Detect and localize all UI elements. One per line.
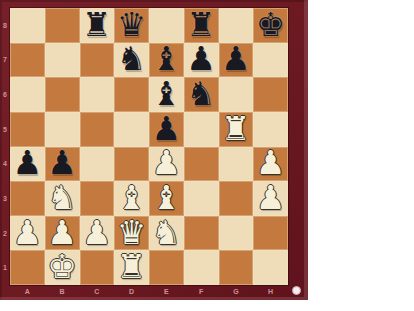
square-g1[interactable] <box>219 250 254 285</box>
piece-white-pawn[interactable]: ♟ <box>82 216 112 249</box>
square-e8[interactable] <box>149 8 184 43</box>
rank-label-5: 5 <box>0 112 10 147</box>
square-g8[interactable] <box>219 8 254 43</box>
file-label-e: E <box>149 285 184 298</box>
rank-label-4: 4 <box>0 147 10 182</box>
square-b4[interactable]: ♟ <box>45 147 80 182</box>
file-label-f: F <box>184 285 219 298</box>
piece-white-pawn[interactable]: ♟ <box>256 181 286 214</box>
square-b1[interactable]: ♚ <box>45 250 80 285</box>
square-h2[interactable] <box>253 216 288 251</box>
square-g5[interactable]: ♜ <box>219 112 254 147</box>
piece-black-pawn[interactable]: ♟ <box>221 42 251 75</box>
white-to-move-indicator-icon <box>292 286 301 295</box>
piece-white-pawn[interactable]: ♟ <box>47 216 77 249</box>
page: ♜♛♜♚♞♝♟♟♝♞♟♜♟♟♟♟♞♝♝♟♟♟♟♛♞♚♜ 87654321 ABC… <box>0 0 414 311</box>
square-g7[interactable]: ♟ <box>219 43 254 78</box>
piece-black-knight[interactable]: ♞ <box>186 77 216 110</box>
square-c4[interactable] <box>80 147 115 182</box>
rank-label-8: 8 <box>0 8 10 43</box>
square-a4[interactable]: ♟ <box>10 147 45 182</box>
piece-black-pawn[interactable]: ♟ <box>13 146 43 179</box>
square-g2[interactable] <box>219 216 254 251</box>
piece-black-rook[interactable]: ♜ <box>186 8 216 41</box>
square-g3[interactable] <box>219 181 254 216</box>
piece-white-rook[interactable]: ♜ <box>117 250 147 283</box>
square-f6[interactable]: ♞ <box>184 77 219 112</box>
piece-black-king[interactable]: ♚ <box>256 8 286 41</box>
square-a8[interactable] <box>10 8 45 43</box>
rank-label-2: 2 <box>0 216 10 251</box>
square-c8[interactable]: ♜ <box>80 8 115 43</box>
square-c7[interactable] <box>80 43 115 78</box>
file-label-d: D <box>114 285 149 298</box>
rank-label-6: 6 <box>0 77 10 112</box>
square-e5[interactable]: ♟ <box>149 112 184 147</box>
rank-label-3: 3 <box>0 181 10 216</box>
square-f4[interactable] <box>184 147 219 182</box>
piece-white-rook[interactable]: ♜ <box>221 112 251 145</box>
piece-white-pawn[interactable]: ♟ <box>256 146 286 179</box>
file-label-b: B <box>45 285 80 298</box>
square-d6[interactable] <box>114 77 149 112</box>
square-a2[interactable]: ♟ <box>10 216 45 251</box>
square-a1[interactable] <box>10 250 45 285</box>
piece-black-rook[interactable]: ♜ <box>82 8 112 41</box>
piece-black-pawn[interactable]: ♟ <box>186 42 216 75</box>
square-e1[interactable] <box>149 250 184 285</box>
piece-black-queen[interactable]: ♛ <box>117 8 147 41</box>
square-h4[interactable]: ♟ <box>253 147 288 182</box>
square-d4[interactable] <box>114 147 149 182</box>
square-b8[interactable] <box>45 8 80 43</box>
file-label-g: G <box>219 285 254 298</box>
file-label-h: H <box>253 285 288 298</box>
square-c6[interactable] <box>80 77 115 112</box>
square-a7[interactable] <box>10 43 45 78</box>
square-e3[interactable]: ♝ <box>149 181 184 216</box>
piece-black-bishop[interactable]: ♝ <box>152 42 182 75</box>
square-e4[interactable]: ♟ <box>149 147 184 182</box>
square-h8[interactable]: ♚ <box>253 8 288 43</box>
square-h6[interactable] <box>253 77 288 112</box>
piece-white-bishop[interactable]: ♝ <box>152 181 182 214</box>
square-f2[interactable] <box>184 216 219 251</box>
piece-white-pawn[interactable]: ♟ <box>13 216 43 249</box>
board-squares: ♜♛♜♚♞♝♟♟♝♞♟♜♟♟♟♟♞♝♝♟♟♟♟♛♞♚♜ <box>10 8 288 285</box>
square-f7[interactable]: ♟ <box>184 43 219 78</box>
square-f5[interactable] <box>184 112 219 147</box>
piece-white-knight[interactable]: ♞ <box>47 181 77 214</box>
square-a5[interactable] <box>10 112 45 147</box>
chess-board: ♜♛♜♚♞♝♟♟♝♞♟♜♟♟♟♟♞♝♝♟♟♟♟♛♞♚♜ 87654321 ABC… <box>0 0 308 300</box>
rank-label-7: 7 <box>0 43 10 78</box>
file-label-c: C <box>80 285 115 298</box>
square-h3[interactable]: ♟ <box>253 181 288 216</box>
square-d3[interactable]: ♝ <box>114 181 149 216</box>
square-f8[interactable]: ♜ <box>184 8 219 43</box>
square-h5[interactable] <box>253 112 288 147</box>
square-h7[interactable] <box>253 43 288 78</box>
rank-labels: 87654321 <box>0 8 10 285</box>
square-b5[interactable] <box>45 112 80 147</box>
piece-black-bishop[interactable]: ♝ <box>152 77 182 110</box>
square-e7[interactable]: ♝ <box>149 43 184 78</box>
square-d5[interactable] <box>114 112 149 147</box>
square-e6[interactable]: ♝ <box>149 77 184 112</box>
piece-black-pawn[interactable]: ♟ <box>47 146 77 179</box>
square-a6[interactable] <box>10 77 45 112</box>
square-g6[interactable] <box>219 77 254 112</box>
rank-label-1: 1 <box>0 250 10 285</box>
square-b7[interactable] <box>45 43 80 78</box>
piece-black-knight[interactable]: ♞ <box>117 42 147 75</box>
piece-white-king[interactable]: ♚ <box>47 250 77 283</box>
file-labels: ABCDEFGH <box>10 285 288 298</box>
square-c3[interactable] <box>80 181 115 216</box>
square-f1[interactable] <box>184 250 219 285</box>
square-b2[interactable]: ♟ <box>45 216 80 251</box>
square-c2[interactable]: ♟ <box>80 216 115 251</box>
square-d1[interactable]: ♜ <box>114 250 149 285</box>
square-b3[interactable]: ♞ <box>45 181 80 216</box>
square-g4[interactable] <box>219 147 254 182</box>
square-f3[interactable] <box>184 181 219 216</box>
square-c5[interactable] <box>80 112 115 147</box>
square-e2[interactable]: ♞ <box>149 216 184 251</box>
piece-white-queen[interactable]: ♛ <box>117 216 147 249</box>
square-d7[interactable]: ♞ <box>114 43 149 78</box>
square-d8[interactable]: ♛ <box>114 8 149 43</box>
square-c1[interactable] <box>80 250 115 285</box>
square-b6[interactable] <box>45 77 80 112</box>
piece-white-pawn[interactable]: ♟ <box>152 146 182 179</box>
piece-white-knight[interactable]: ♞ <box>152 216 182 249</box>
square-a3[interactable] <box>10 181 45 216</box>
square-h1[interactable] <box>253 250 288 285</box>
file-label-a: A <box>10 285 45 298</box>
piece-black-pawn[interactable]: ♟ <box>152 112 182 145</box>
piece-white-bishop[interactable]: ♝ <box>117 181 147 214</box>
square-d2[interactable]: ♛ <box>114 216 149 251</box>
